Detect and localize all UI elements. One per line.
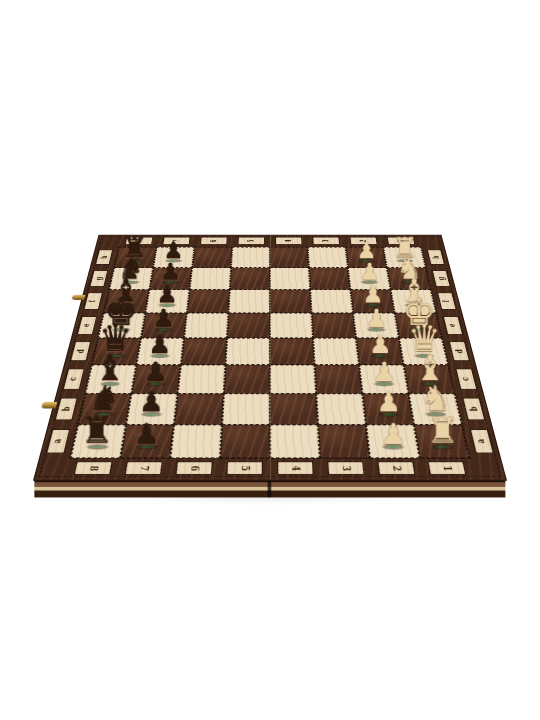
square-a3 — [318, 425, 370, 459]
coord-top-5: 5 — [239, 237, 264, 243]
square-h5 — [231, 247, 270, 268]
square-h6 — [192, 247, 232, 268]
square-f3 — [310, 290, 353, 313]
square-c5 — [224, 365, 270, 394]
piece-black-pawn-f7: ♟ — [147, 282, 188, 306]
coord-left-a: a — [47, 430, 69, 453]
coord-bottom-4: 4 — [278, 462, 312, 474]
square-h3 — [308, 247, 348, 268]
square-e6 — [184, 313, 228, 338]
square-h4 — [270, 247, 309, 268]
coord-right-g: g — [433, 271, 450, 286]
coord-bottom-7: 7 — [126, 462, 162, 474]
piece-white-pawn-f2: ♟ — [352, 282, 393, 306]
piece-white-pawn-c2: ♟ — [361, 358, 407, 385]
coord-bottom-5: 5 — [227, 462, 261, 474]
square-d5 — [225, 338, 270, 365]
piece-black-pawn-d7: ♟ — [138, 331, 182, 357]
coord-top-6: 6 — [201, 237, 227, 243]
product-photo: ♜♟♟♜♞♟♟♞♝♟♟♝♚♟♟♚♛♟♟♛♝♟♟♝♞♟♟♞♜♟♟♜88hh77gg… — [0, 0, 540, 720]
coord-bottom-2: 2 — [378, 462, 414, 474]
brass-clasp-icon — [41, 402, 57, 408]
piece-white-pawn-b2: ♟ — [365, 388, 412, 416]
square-f4 — [270, 290, 312, 313]
piece-black-pawn-e7: ♟ — [142, 306, 185, 331]
square-e3 — [312, 313, 356, 338]
square-g5 — [230, 268, 270, 290]
coord-right-a: a — [471, 430, 493, 453]
square-a5 — [220, 425, 270, 459]
square-a6 — [170, 425, 222, 459]
square-d3 — [313, 338, 359, 365]
brass-clasp-icon — [72, 295, 86, 300]
piece-black-pawn-c7: ♟ — [133, 358, 179, 385]
square-g4 — [270, 268, 310, 290]
coord-right-e: e — [444, 317, 462, 334]
square-c6 — [178, 365, 226, 394]
fold-seam — [269, 235, 271, 480]
chess-board: ♜♟♟♜♞♟♟♞♝♟♟♝♚♟♟♚♛♟♟♛♝♟♟♝♞♟♟♞♜♟♟♜88hh77gg… — [34, 235, 505, 480]
piece-white-rook-a1: ♜ — [418, 413, 467, 449]
coord-bottom-6: 6 — [177, 462, 212, 474]
coord-right-f: f — [438, 293, 455, 309]
board-front-edge — [34, 480, 505, 498]
square-f6 — [187, 290, 230, 313]
piece-white-pawn-a2: ♟ — [369, 419, 418, 448]
coord-bottom-1: 1 — [429, 462, 465, 474]
square-f5 — [228, 290, 270, 313]
coord-top-3: 3 — [313, 237, 339, 243]
square-a4 — [270, 425, 320, 459]
square-b3 — [316, 394, 366, 425]
coord-bottom-8: 8 — [75, 462, 111, 474]
coord-top-4: 4 — [276, 237, 301, 243]
square-g6 — [190, 268, 231, 290]
coord-right-h: h — [428, 250, 444, 264]
piece-black-pawn-a7: ♟ — [122, 419, 171, 448]
square-g3 — [309, 268, 350, 290]
piece-black-pawn-b7: ♟ — [128, 388, 175, 416]
square-e4 — [270, 313, 313, 338]
coord-bottom-3: 3 — [328, 462, 363, 474]
square-b4 — [270, 394, 318, 425]
piece-white-pawn-e2: ♟ — [355, 306, 398, 331]
square-b5 — [222, 394, 270, 425]
piece-black-rook-a8: ♜ — [73, 413, 122, 449]
square-c3 — [315, 365, 363, 394]
piece-white-pawn-d2: ♟ — [358, 331, 402, 357]
square-b6 — [174, 394, 224, 425]
square-d4 — [270, 338, 315, 365]
square-d6 — [181, 338, 227, 365]
square-e5 — [227, 313, 270, 338]
square-c4 — [270, 365, 316, 394]
